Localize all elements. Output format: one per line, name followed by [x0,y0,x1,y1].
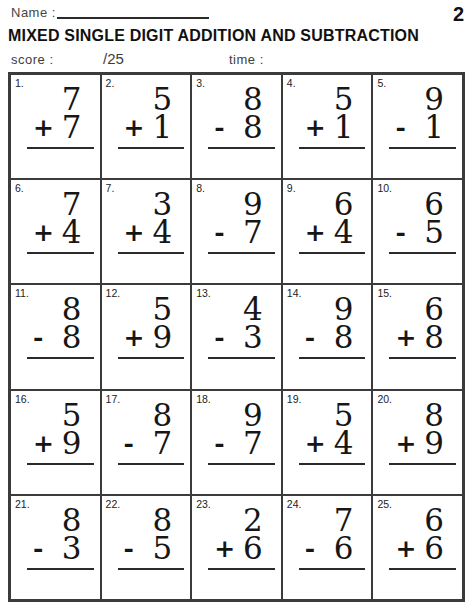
operator-sign: - [395,115,405,140]
problem-number: 9. [287,182,296,194]
problem-number: 22. [106,498,121,510]
score-total: /25 [103,50,124,67]
problem-number: 18. [196,393,211,405]
bottom-operand: 6 [243,533,263,564]
problem-number: 25. [377,498,392,510]
bottom-operand: 9 [152,322,172,353]
problem-cell: 24.7-6 [282,495,373,600]
bottom-operand: 8 [334,322,354,353]
problem-cell: 22.8-5 [101,495,192,600]
problem-number: 13. [196,287,211,299]
problem-number: 24. [287,498,302,510]
operator-sign: + [124,325,145,350]
answer-line [118,252,185,254]
problems-grid: 1.7+72.5+13.8-84.5+15.9-16.7+47.3+48.9-7… [8,72,465,602]
problem-number: 14. [287,287,302,299]
answer-line [27,357,94,359]
problem-number: 8. [196,182,205,194]
bottom-operand: 4 [62,217,82,248]
answer-line [389,463,456,465]
problem-number: 1. [15,77,24,89]
problem-number: 12. [106,287,121,299]
answer-line [118,147,185,149]
bottom-operand: 6 [424,533,444,564]
problem-number: 20. [377,393,392,405]
answer-line [299,147,366,149]
problem-cell: 14.9-8 [282,284,373,389]
problem-cell: 19.5+4 [282,390,373,495]
problem-cell: 12.5+9 [101,284,192,389]
answer-line [27,463,94,465]
problem-cell: 4.5+1 [282,74,373,179]
time-label: time : [229,52,264,67]
bottom-operand: 5 [424,217,444,248]
answer-line [118,463,185,465]
problem-cell: 25.6+6 [372,495,463,600]
operator-sign: + [33,431,54,456]
answer-line [118,357,185,359]
answer-line [27,252,94,254]
problem-number: 4. [287,77,296,89]
answer-line [299,252,366,254]
bottom-operand: 6 [334,533,354,564]
operator-sign: + [395,536,416,561]
operator-sign: - [124,431,134,456]
problem-cell: 3.8-8 [191,74,282,179]
bottom-operand: 4 [152,217,172,248]
problem-number: 5. [377,77,386,89]
problem-cell: 5.9-1 [372,74,463,179]
operator-sign: - [124,536,134,561]
operator-sign: - [395,220,405,245]
operator-sign: - [214,325,224,350]
bottom-operand: 5 [152,533,172,564]
score-label: score : [11,52,54,67]
operator-sign: + [124,115,145,140]
bottom-operand: 7 [243,217,263,248]
operator-sign: - [33,325,43,350]
operator-sign: - [33,536,43,561]
bottom-operand: 7 [62,112,82,143]
answer-line [208,147,275,149]
problem-cell: 23.2+6 [191,495,282,600]
problem-number: 16. [15,393,30,405]
operator-sign: + [395,431,416,456]
problem-cell: 18.9-7 [191,390,282,495]
problem-cell: 20.8+9 [372,390,463,495]
operator-sign: + [124,220,145,245]
answer-line [299,568,366,570]
problem-number: 10. [377,182,392,194]
problem-cell: 9.6+4 [282,179,373,284]
answer-line [389,147,456,149]
answer-line [27,147,94,149]
problem-number: 7. [106,182,115,194]
bottom-operand: 1 [424,112,444,143]
answer-line [299,357,366,359]
problem-cell: 8.9-7 [191,179,282,284]
answer-line [389,357,456,359]
problem-number: 17. [106,393,121,405]
bottom-operand: 7 [152,428,172,459]
bottom-operand: 3 [243,322,263,353]
problem-cell: 10.6-5 [372,179,463,284]
operator-sign: + [214,536,235,561]
problem-number: 3. [196,77,205,89]
problem-cell: 16.5+9 [10,390,101,495]
operator-sign: + [395,325,416,350]
problem-cell: 1.7+7 [10,74,101,179]
problem-cell: 7.3+4 [101,179,192,284]
bottom-operand: 8 [243,112,263,143]
page-number: 2 [453,3,464,26]
name-blank-line [57,17,209,19]
name-label: Name : [11,5,56,20]
answer-line [118,568,185,570]
problem-number: 21. [15,498,30,510]
problem-number: 11. [15,287,29,299]
bottom-operand: 4 [334,217,354,248]
answer-line [208,568,275,570]
bottom-operand: 7 [243,428,263,459]
problem-number: 2. [106,77,115,89]
answer-line [208,463,275,465]
operator-sign: - [305,325,315,350]
bottom-operand: 1 [334,112,354,143]
problem-cell: 11.8-8 [10,284,101,389]
problem-cell: 13.4-3 [191,284,282,389]
answer-line [27,568,94,570]
problem-number: 23. [196,498,211,510]
bottom-operand: 1 [152,112,172,143]
problem-cell: 21.8-3 [10,495,101,600]
answer-line [208,357,275,359]
bottom-operand: 9 [424,428,444,459]
operator-sign: + [33,220,54,245]
problem-cell: 6.7+4 [10,179,101,284]
problem-cell: 17.8-7 [101,390,192,495]
bottom-operand: 3 [62,533,82,564]
answer-line [389,252,456,254]
bottom-operand: 8 [62,322,82,353]
operator-sign: + [305,115,326,140]
answer-line [208,252,275,254]
answer-line [299,463,366,465]
operator-sign: - [214,431,224,456]
answer-line [389,568,456,570]
operator-sign: + [305,220,326,245]
problem-number: 19. [287,393,302,405]
operator-sign: - [214,115,224,140]
problem-cell: 2.5+1 [101,74,192,179]
operator-sign: + [305,431,326,456]
problem-cell: 15.6+8 [372,284,463,389]
operator-sign: + [33,115,54,140]
worksheet-title: MIXED SINGLE DIGIT ADDITION AND SUBTRACT… [8,27,468,45]
problem-number: 15. [377,287,392,299]
bottom-operand: 4 [334,428,354,459]
problem-number: 6. [15,182,24,194]
operator-sign: - [305,536,315,561]
bottom-operand: 9 [62,428,82,459]
operator-sign: - [214,220,224,245]
bottom-operand: 8 [424,322,444,353]
